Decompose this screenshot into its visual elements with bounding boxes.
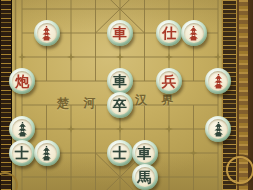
star-point-f2r6 (67, 125, 75, 133)
piece-face: 士 (12, 143, 32, 163)
piece-face (208, 119, 228, 139)
piece-face (12, 119, 32, 139)
piece-glyph-advisor: 士 (15, 146, 29, 160)
piece-face: 馬 (135, 167, 155, 187)
piece-black-hidden-i6[interactable] (205, 116, 231, 142)
piece-black-hidden-b7[interactable] (34, 140, 60, 166)
piece-red-chariot-e2[interactable]: 車 (107, 20, 133, 46)
piece-glyph-soldier: 兵 (162, 74, 176, 88)
hidden-piece-pagoda-icon (40, 146, 53, 161)
piece-face (208, 71, 228, 91)
piece-face (37, 143, 57, 163)
piece-black-chariot-e4[interactable]: 車 (107, 68, 133, 94)
piece-glyph-soldier: 卒 (113, 98, 127, 112)
piece-face: 車 (110, 71, 130, 91)
piece-face (37, 23, 57, 43)
river-label-han-jie: 汉 界 (135, 92, 178, 109)
piece-glyph-chariot: 車 (113, 26, 127, 40)
piece-face: 卒 (110, 95, 130, 115)
hidden-piece-pagoda-icon (212, 122, 225, 137)
hidden-piece-pagoda-icon (187, 26, 200, 41)
piece-black-advisor-a7[interactable]: 士 (9, 140, 35, 166)
piece-black-advisor-e7[interactable]: 士 (107, 140, 133, 166)
star-point-f6r3 (165, 53, 173, 61)
hidden-piece-pagoda-icon (212, 74, 225, 89)
left-frame-meander-ornament (0, 0, 12, 190)
star-point-f4r3 (116, 53, 124, 61)
star-point-f2r3 (67, 53, 75, 61)
piece-face: 炮 (12, 71, 32, 91)
piece-face: 士 (110, 143, 130, 163)
star-point-f4r6 (116, 125, 124, 133)
piece-glyph-chariot: 車 (138, 146, 152, 160)
piece-glyph-advisor: 仕 (162, 26, 176, 40)
piece-black-horse-f8[interactable]: 馬 (132, 164, 158, 190)
piece-face: 車 (110, 23, 130, 43)
star-point-f6r6 (165, 125, 173, 133)
bottom-right-corner-ornament (226, 156, 253, 184)
piece-black-hidden-a6[interactable] (9, 116, 35, 142)
xiangqi-board-screenshot: 楚 河 汉 界 車仕炮車兵卒士士車馬 (0, 0, 253, 190)
piece-glyph-cannon: 炮 (15, 74, 29, 88)
piece-red-cannon-a4[interactable]: 炮 (9, 68, 35, 94)
piece-glyph-chariot: 車 (113, 74, 127, 88)
piece-face: 仕 (159, 23, 179, 43)
piece-glyph-advisor: 士 (113, 146, 127, 160)
piece-face (184, 23, 204, 43)
hidden-piece-pagoda-icon (40, 26, 53, 41)
hidden-piece-pagoda-icon (16, 122, 29, 137)
piece-red-soldier-g4[interactable]: 兵 (156, 68, 182, 94)
star-point-f0r3 (18, 53, 26, 61)
piece-red-hidden-i4[interactable] (205, 68, 231, 94)
piece-glyph-horse: 馬 (138, 170, 152, 184)
piece-red-hidden-b2[interactable] (34, 20, 60, 46)
river-label-chu-he: 楚 河 (57, 95, 100, 112)
star-point-f8r3 (214, 53, 222, 61)
piece-black-soldier-e5[interactable]: 卒 (107, 92, 133, 118)
piece-red-hidden-h2[interactable] (181, 20, 207, 46)
piece-face: 車 (135, 143, 155, 163)
star-point-f7r7 (190, 149, 198, 157)
piece-face: 兵 (159, 71, 179, 91)
piece-red-advisor-g2[interactable]: 仕 (156, 20, 182, 46)
piece-black-chariot-f7[interactable]: 車 (132, 140, 158, 166)
